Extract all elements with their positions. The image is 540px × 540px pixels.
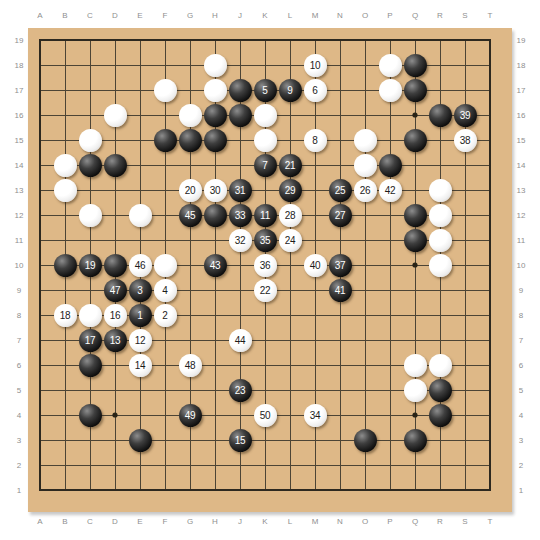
white-stone[interactable] <box>79 204 102 227</box>
black-stone[interactable]: 3 <box>129 279 152 302</box>
black-stone[interactable]: 33 <box>229 204 252 227</box>
coordinate-label: 9 <box>514 278 528 303</box>
move-number: 3 <box>129 279 152 302</box>
white-stone[interactable]: 40 <box>304 254 327 277</box>
white-stone[interactable]: 28 <box>279 204 302 227</box>
coordinate-label: 1 <box>514 478 528 503</box>
coordinate-label: 8 <box>12 303 26 328</box>
move-number: 25 <box>329 179 352 202</box>
move-number: 15 <box>229 429 252 452</box>
black-stone[interactable]: 21 <box>279 154 302 177</box>
move-number: 37 <box>329 254 352 277</box>
white-stone[interactable]: 12 <box>129 329 152 352</box>
move-number: 35 <box>254 229 277 252</box>
coordinate-label: C <box>78 11 103 23</box>
black-stone[interactable] <box>229 104 252 127</box>
board-grid[interactable]: 1059639838721203031292526424533112827323… <box>28 28 503 503</box>
move-number: 17 <box>79 329 102 352</box>
coordinate-label: J <box>228 11 253 23</box>
black-stone[interactable]: 19 <box>79 254 102 277</box>
black-stone[interactable]: 15 <box>229 429 252 452</box>
coordinate-label: R <box>428 517 453 529</box>
black-stone[interactable] <box>354 429 377 452</box>
white-stone[interactable] <box>354 129 377 152</box>
white-stone[interactable] <box>429 204 452 227</box>
coordinate-label: F <box>153 517 178 529</box>
white-stone[interactable]: 24 <box>279 229 302 252</box>
move-number: 11 <box>254 204 277 227</box>
white-stone[interactable]: 32 <box>229 229 252 252</box>
coordinate-label: S <box>453 11 478 23</box>
coordinate-label: D <box>103 11 128 23</box>
coordinate-label: 18 <box>514 53 528 78</box>
black-stone[interactable] <box>404 54 427 77</box>
white-stone[interactable]: 26 <box>354 179 377 202</box>
move-number: 48 <box>179 354 202 377</box>
coordinate-label: 14 <box>514 153 528 178</box>
goban[interactable]: 1059639838721203031292526424533112827323… <box>28 28 512 512</box>
coordinate-label: 15 <box>514 128 528 153</box>
move-number: 38 <box>454 129 477 152</box>
black-stone[interactable] <box>204 104 227 127</box>
row-labels-right: 19181716151413121110987654321 <box>514 28 528 503</box>
move-number: 34 <box>304 404 327 427</box>
black-stone[interactable]: 35 <box>254 229 277 252</box>
black-stone[interactable] <box>429 104 452 127</box>
black-stone[interactable]: 13 <box>104 329 127 352</box>
black-stone[interactable]: 7 <box>254 154 277 177</box>
black-stone[interactable]: 45 <box>179 204 202 227</box>
white-stone[interactable] <box>429 179 452 202</box>
coordinate-label: 17 <box>12 78 26 103</box>
coordinate-label: S <box>453 517 478 529</box>
black-stone[interactable]: 23 <box>229 379 252 402</box>
black-stone[interactable] <box>79 404 102 427</box>
move-number: 46 <box>129 254 152 277</box>
move-number: 42 <box>379 179 402 202</box>
white-stone[interactable] <box>404 379 427 402</box>
black-stone[interactable] <box>229 79 252 102</box>
black-stone[interactable]: 47 <box>104 279 127 302</box>
coordinate-label: 13 <box>514 178 528 203</box>
coordinate-label: H <box>203 517 228 529</box>
move-number: 32 <box>229 229 252 252</box>
coordinate-label: 2 <box>514 453 528 478</box>
coordinate-label: G <box>178 11 203 23</box>
coordinate-label: F <box>153 11 178 23</box>
coordinate-label: Q <box>403 517 428 529</box>
white-stone[interactable] <box>429 229 452 252</box>
coordinate-label: 10 <box>12 253 26 278</box>
black-stone[interactable]: 11 <box>254 204 277 227</box>
black-stone[interactable] <box>404 79 427 102</box>
coordinate-label: 11 <box>12 228 26 253</box>
coordinate-label: T <box>478 517 503 529</box>
go-diagram: ABCDEFGHJKLMNOPQRST ABCDEFGHJKLMNOPQRST … <box>0 0 540 540</box>
coordinate-label: L <box>278 11 303 23</box>
white-stone[interactable] <box>404 354 427 377</box>
white-stone[interactable]: 42 <box>379 179 402 202</box>
coordinate-label: 7 <box>514 328 528 353</box>
move-number: 31 <box>229 179 252 202</box>
coordinate-label: K <box>253 11 278 23</box>
white-stone[interactable] <box>379 79 402 102</box>
coordinate-label: C <box>78 517 103 529</box>
move-number: 12 <box>129 329 152 352</box>
move-number: 5 <box>254 79 277 102</box>
move-number: 4 <box>154 279 177 302</box>
coordinate-label: G <box>178 517 203 529</box>
black-stone[interactable]: 27 <box>329 204 352 227</box>
coordinate-label: O <box>353 517 378 529</box>
move-number: 45 <box>179 204 202 227</box>
white-stone[interactable]: 30 <box>204 179 227 202</box>
white-stone[interactable]: 38 <box>454 129 477 152</box>
coordinate-label: 5 <box>12 378 26 403</box>
black-stone[interactable] <box>79 354 102 377</box>
coordinate-label: T <box>478 11 503 23</box>
coordinate-label: 17 <box>514 78 528 103</box>
move-number: 21 <box>279 154 302 177</box>
move-number: 40 <box>304 254 327 277</box>
black-stone[interactable] <box>429 379 452 402</box>
black-stone[interactable] <box>404 229 427 252</box>
white-stone[interactable] <box>154 79 177 102</box>
white-stone[interactable] <box>254 104 277 127</box>
coordinate-label: J <box>228 517 253 529</box>
coordinate-label: B <box>53 11 78 23</box>
move-number: 1 <box>129 304 152 327</box>
move-number: 8 <box>304 129 327 152</box>
white-stone[interactable] <box>179 104 202 127</box>
coordinate-label: P <box>378 517 403 529</box>
black-stone[interactable] <box>429 404 452 427</box>
black-stone[interactable]: 37 <box>329 254 352 277</box>
black-stone[interactable] <box>154 129 177 152</box>
coordinate-label: 3 <box>12 428 26 453</box>
coordinate-label: 12 <box>514 203 528 228</box>
move-number: 18 <box>54 304 77 327</box>
move-number: 50 <box>254 404 277 427</box>
white-stone[interactable] <box>379 54 402 77</box>
black-stone[interactable] <box>379 154 402 177</box>
coordinate-label: H <box>203 11 228 23</box>
coordinate-label: 9 <box>12 278 26 303</box>
white-stone[interactable]: 36 <box>254 254 277 277</box>
coordinate-label: D <box>103 517 128 529</box>
move-number: 30 <box>204 179 227 202</box>
black-stone[interactable]: 49 <box>179 404 202 427</box>
black-stone[interactable] <box>204 129 227 152</box>
coordinate-label: 8 <box>514 303 528 328</box>
black-stone[interactable]: 31 <box>229 179 252 202</box>
black-stone[interactable] <box>104 254 127 277</box>
coordinate-label: L <box>278 517 303 529</box>
coordinate-label: 12 <box>12 203 26 228</box>
move-number: 9 <box>279 79 302 102</box>
white-stone[interactable]: 48 <box>179 354 202 377</box>
white-stone[interactable]: 18 <box>54 304 77 327</box>
white-stone[interactable] <box>429 254 452 277</box>
white-stone[interactable]: 2 <box>154 304 177 327</box>
white-stone[interactable]: 22 <box>254 279 277 302</box>
white-stone[interactable]: 20 <box>179 179 202 202</box>
move-number: 47 <box>104 279 127 302</box>
move-number: 2 <box>154 304 177 327</box>
coordinate-label: 2 <box>12 453 26 478</box>
move-number: 7 <box>254 154 277 177</box>
black-stone[interactable]: 43 <box>204 254 227 277</box>
coordinate-label: B <box>53 517 78 529</box>
move-number: 28 <box>279 204 302 227</box>
coordinate-label: N <box>328 517 353 529</box>
white-stone[interactable]: 44 <box>229 329 252 352</box>
white-stone[interactable] <box>204 79 227 102</box>
coordinate-label: 15 <box>12 128 26 153</box>
move-number: 33 <box>229 204 252 227</box>
white-stone[interactable] <box>354 154 377 177</box>
coordinate-label: K <box>253 517 278 529</box>
coordinate-label: R <box>428 11 453 23</box>
move-number: 29 <box>279 179 302 202</box>
white-stone[interactable]: 4 <box>154 279 177 302</box>
black-stone[interactable]: 1 <box>129 304 152 327</box>
black-stone[interactable]: 17 <box>79 329 102 352</box>
white-stone[interactable]: 6 <box>304 79 327 102</box>
coordinate-label: 10 <box>514 253 528 278</box>
white-stone[interactable] <box>104 104 127 127</box>
black-stone[interactable]: 5 <box>254 79 277 102</box>
coordinate-label: 5 <box>514 378 528 403</box>
move-number: 23 <box>229 379 252 402</box>
white-stone[interactable]: 10 <box>304 54 327 77</box>
coordinate-label: 13 <box>12 178 26 203</box>
coordinate-label: 19 <box>12 28 26 53</box>
coordinate-label: 11 <box>514 228 528 253</box>
black-stone[interactable]: 9 <box>279 79 302 102</box>
coordinate-label: 19 <box>514 28 528 53</box>
coordinate-label: A <box>28 517 53 529</box>
black-stone[interactable]: 41 <box>329 279 352 302</box>
coordinate-label: E <box>128 517 153 529</box>
coordinate-label: 18 <box>12 53 26 78</box>
black-stone[interactable] <box>404 204 427 227</box>
black-stone[interactable]: 29 <box>279 179 302 202</box>
move-number: 26 <box>354 179 377 202</box>
coordinate-label: 16 <box>12 103 26 128</box>
coordinate-label: 14 <box>12 153 26 178</box>
white-stone[interactable]: 16 <box>104 304 127 327</box>
white-stone[interactable] <box>204 54 227 77</box>
coordinate-label: 3 <box>514 428 528 453</box>
coordinate-label: 4 <box>514 403 528 428</box>
white-stone[interactable] <box>429 354 452 377</box>
coordinate-label: P <box>378 11 403 23</box>
black-stone[interactable] <box>129 429 152 452</box>
move-number: 24 <box>279 229 302 252</box>
move-number: 36 <box>254 254 277 277</box>
white-stone[interactable]: 8 <box>304 129 327 152</box>
black-stone[interactable] <box>404 429 427 452</box>
black-stone[interactable]: 25 <box>329 179 352 202</box>
move-number: 13 <box>104 329 127 352</box>
white-stone[interactable] <box>254 129 277 152</box>
black-stone[interactable] <box>179 129 202 152</box>
move-number: 19 <box>79 254 102 277</box>
coordinate-label: O <box>353 11 378 23</box>
white-stone[interactable]: 34 <box>304 404 327 427</box>
move-number: 39 <box>454 104 477 127</box>
white-stone[interactable] <box>79 129 102 152</box>
coordinate-label: A <box>28 11 53 23</box>
coordinate-label: E <box>128 11 153 23</box>
white-stone[interactable] <box>79 304 102 327</box>
coordinate-label: 6 <box>12 353 26 378</box>
coordinate-label: M <box>303 11 328 23</box>
move-number: 10 <box>304 54 327 77</box>
white-stone[interactable] <box>54 154 77 177</box>
coordinate-label: 1 <box>12 478 26 503</box>
black-stone[interactable] <box>79 154 102 177</box>
white-stone[interactable]: 14 <box>129 354 152 377</box>
coordinate-label: N <box>328 11 353 23</box>
white-stone[interactable]: 50 <box>254 404 277 427</box>
coordinate-label: 4 <box>12 403 26 428</box>
move-number: 22 <box>254 279 277 302</box>
row-labels-left: 19181716151413121110987654321 <box>12 28 26 503</box>
white-stone[interactable] <box>154 254 177 277</box>
move-number: 14 <box>129 354 152 377</box>
white-stone[interactable]: 46 <box>129 254 152 277</box>
coordinate-label: 16 <box>514 103 528 128</box>
coordinate-label: 6 <box>514 353 528 378</box>
coordinate-label: 7 <box>12 328 26 353</box>
move-number: 16 <box>104 304 127 327</box>
move-number: 27 <box>329 204 352 227</box>
move-number: 44 <box>229 329 252 352</box>
column-labels-top: ABCDEFGHJKLMNOPQRST <box>28 11 503 23</box>
coordinate-label: M <box>303 517 328 529</box>
black-stone[interactable] <box>54 254 77 277</box>
move-number: 43 <box>204 254 227 277</box>
column-labels-bottom: ABCDEFGHJKLMNOPQRST <box>28 517 503 529</box>
move-number: 41 <box>329 279 352 302</box>
white-stone[interactable] <box>129 204 152 227</box>
black-stone[interactable]: 39 <box>454 104 477 127</box>
move-number: 20 <box>179 179 202 202</box>
black-stone[interactable] <box>404 129 427 152</box>
black-stone[interactable] <box>104 154 127 177</box>
white-stone[interactable] <box>54 179 77 202</box>
black-stone[interactable] <box>204 204 227 227</box>
coordinate-label: Q <box>403 11 428 23</box>
move-number: 6 <box>304 79 327 102</box>
move-number: 49 <box>179 404 202 427</box>
